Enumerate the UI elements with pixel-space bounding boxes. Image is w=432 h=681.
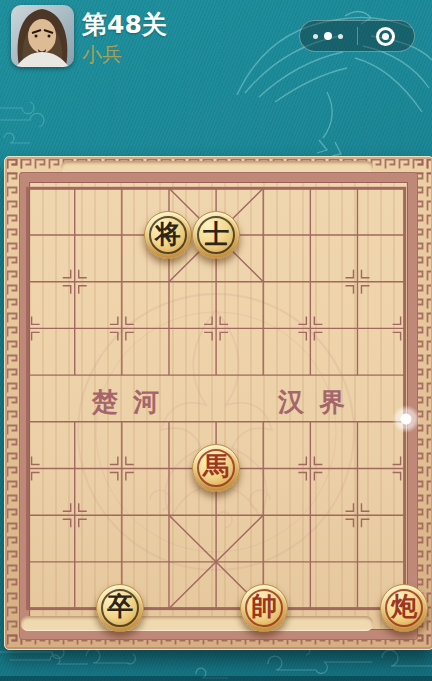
- board-intersection[interactable]: [4, 538, 50, 584]
- app-screen: 第48关 小兵: [0, 0, 432, 681]
- board-intersection[interactable]: [144, 398, 192, 444]
- piece-glyph: 炮: [391, 589, 417, 624]
- piece-black-general[interactable]: 将: [144, 211, 192, 259]
- board-intersection[interactable]: [334, 492, 380, 538]
- board-intersection[interactable]: [334, 444, 380, 492]
- close-icon[interactable]: [358, 21, 415, 51]
- board-intersection[interactable]: [380, 211, 428, 259]
- board-intersection[interactable]: 帥: [240, 584, 288, 632]
- board-intersection[interactable]: 士: [192, 211, 240, 259]
- board-intersection[interactable]: [192, 351, 240, 397]
- board-intersection[interactable]: [144, 584, 192, 632]
- board-intersection[interactable]: [192, 305, 240, 351]
- board-intersection[interactable]: [288, 211, 334, 259]
- board-intersection[interactable]: [96, 305, 144, 351]
- board-intersection[interactable]: [240, 305, 288, 351]
- player-name: 小兵: [82, 42, 167, 66]
- title-block: 第48关 小兵: [82, 10, 167, 66]
- board-intersection[interactable]: 炮: [380, 584, 428, 632]
- board-intersection[interactable]: [288, 584, 334, 632]
- level-title: 第48关: [82, 10, 167, 40]
- board-intersection[interactable]: [4, 444, 50, 492]
- board-intersection[interactable]: [192, 584, 240, 632]
- board-intersection[interactable]: [50, 492, 96, 538]
- piece-glyph: 馬: [203, 449, 229, 484]
- board-intersection[interactable]: [4, 259, 50, 305]
- board-intersection[interactable]: [144, 444, 192, 492]
- piece-red-horse[interactable]: 馬: [192, 444, 240, 492]
- piece-black-advisor[interactable]: 士: [192, 211, 240, 259]
- board-intersection[interactable]: [380, 165, 428, 211]
- board-intersection[interactable]: [334, 538, 380, 584]
- board-intersection[interactable]: [240, 538, 288, 584]
- board-intersection[interactable]: [192, 538, 240, 584]
- board-intersection[interactable]: [96, 259, 144, 305]
- board-intersection[interactable]: [288, 538, 334, 584]
- board-intersection[interactable]: [288, 351, 334, 397]
- board-intersection[interactable]: [50, 398, 96, 444]
- board-intersection[interactable]: [4, 492, 50, 538]
- board-intersection[interactable]: [334, 398, 380, 444]
- board-intersection[interactable]: 馬: [192, 444, 240, 492]
- board-intersection[interactable]: [96, 165, 144, 211]
- board-intersection[interactable]: [288, 305, 334, 351]
- board-intersection[interactable]: [380, 351, 428, 397]
- top-bar: 第48关 小兵: [0, 0, 432, 80]
- miniprogram-capsule: [299, 20, 415, 52]
- board-intersection[interactable]: [4, 398, 50, 444]
- board-intersection[interactable]: [96, 398, 144, 444]
- board-intersection[interactable]: [192, 259, 240, 305]
- board-intersection[interactable]: 将: [144, 211, 192, 259]
- board-intersection[interactable]: [334, 351, 380, 397]
- board-intersection[interactable]: [380, 538, 428, 584]
- board-intersection[interactable]: [240, 259, 288, 305]
- board-intersection[interactable]: [334, 259, 380, 305]
- board-intersection[interactable]: [50, 538, 96, 584]
- board-grid: 将士馬卒帥炮: [4, 165, 428, 632]
- board-intersection[interactable]: 卒: [96, 584, 144, 632]
- piece-glyph: 士: [203, 217, 229, 252]
- board-intersection[interactable]: [240, 444, 288, 492]
- board-intersection[interactable]: [144, 165, 192, 211]
- piece-red-cannon[interactable]: 炮: [380, 584, 428, 632]
- board-intersection[interactable]: [288, 398, 334, 444]
- board-intersection[interactable]: [50, 165, 96, 211]
- board-intersection[interactable]: [96, 492, 144, 538]
- board-intersection[interactable]: [240, 398, 288, 444]
- board-intersection[interactable]: [50, 259, 96, 305]
- board-intersection[interactable]: [380, 259, 428, 305]
- board-intersection[interactable]: [334, 211, 380, 259]
- board-intersection[interactable]: [288, 165, 334, 211]
- piece-glyph: 帥: [251, 589, 277, 624]
- board-intersection[interactable]: [380, 492, 428, 538]
- board-intersection[interactable]: [380, 444, 428, 492]
- more-icon[interactable]: [300, 21, 357, 51]
- avatar[interactable]: [11, 5, 74, 67]
- board-intersection[interactable]: [240, 492, 288, 538]
- board-intersection[interactable]: [192, 165, 240, 211]
- cloud-curl-left: [0, 88, 60, 152]
- board-intersection[interactable]: [4, 211, 50, 259]
- board-intersection[interactable]: [240, 165, 288, 211]
- board-intersection[interactable]: [380, 305, 428, 351]
- board-intersection[interactable]: [334, 584, 380, 632]
- board-intersection[interactable]: [96, 444, 144, 492]
- piece-glyph: 卒: [107, 589, 133, 624]
- piece-glyph: 将: [155, 217, 181, 252]
- board-intersection[interactable]: [144, 538, 192, 584]
- board-intersection[interactable]: [192, 398, 240, 444]
- board-intersection[interactable]: [50, 444, 96, 492]
- board-intersection[interactable]: [288, 259, 334, 305]
- avatar-portrait: [11, 5, 74, 67]
- board-intersection[interactable]: [334, 165, 380, 211]
- board-intersection[interactable]: [144, 305, 192, 351]
- board-intersection[interactable]: [144, 259, 192, 305]
- board-intersection[interactable]: [96, 538, 144, 584]
- board-intersection[interactable]: [240, 351, 288, 397]
- piece-red-general[interactable]: 帥: [240, 584, 288, 632]
- board-intersection[interactable]: [240, 211, 288, 259]
- board-intersection[interactable]: [96, 211, 144, 259]
- board-intersection[interactable]: [50, 351, 96, 397]
- board-intersection[interactable]: [288, 492, 334, 538]
- board-intersection[interactable]: [96, 351, 144, 397]
- board-intersection[interactable]: [4, 165, 50, 211]
- piece-black-soldier[interactable]: 卒: [96, 584, 144, 632]
- board-intersection[interactable]: [4, 305, 50, 351]
- board-intersection[interactable]: [50, 305, 96, 351]
- board-intersection[interactable]: [4, 351, 50, 397]
- board-intersection[interactable]: [50, 584, 96, 632]
- board-intersection[interactable]: [288, 444, 334, 492]
- board-intersection[interactable]: [144, 492, 192, 538]
- floating-hint-dot[interactable]: [391, 404, 421, 434]
- board-intersection[interactable]: [4, 584, 50, 632]
- board-intersection[interactable]: [144, 351, 192, 397]
- board-intersection[interactable]: [50, 211, 96, 259]
- board-intersection[interactable]: [192, 492, 240, 538]
- board-intersection[interactable]: [334, 305, 380, 351]
